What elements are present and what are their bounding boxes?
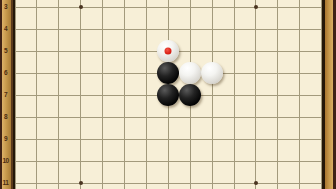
- star-point: [254, 181, 258, 185]
- grid-line-horizontal: [15, 7, 323, 8]
- grid-line-horizontal: [15, 183, 323, 184]
- stone-black: [157, 84, 179, 106]
- stone-black: [179, 84, 201, 106]
- gomoku-app-screen: 34567891011: [0, 0, 336, 189]
- board-frame-right-gold: [325, 0, 333, 189]
- row-label-11: 11: [0, 180, 11, 187]
- star-point: [254, 5, 258, 9]
- row-label-7: 7: [0, 92, 11, 99]
- stone-white-last-move: [157, 40, 179, 62]
- grid-line-horizontal: [15, 161, 323, 162]
- stone-black: [157, 62, 179, 84]
- gomoku-board[interactable]: [15, 0, 322, 189]
- row-label-6: 6: [0, 70, 11, 77]
- row-label-8: 8: [0, 114, 11, 121]
- star-point: [79, 181, 83, 185]
- stone-white: [179, 62, 201, 84]
- star-point: [79, 5, 83, 9]
- grid-line-horizontal: [15, 117, 323, 118]
- grid-line-horizontal: [15, 139, 323, 140]
- board-frame-left-inner: [13, 0, 15, 189]
- row-label-4: 4: [0, 26, 11, 33]
- row-label-5: 5: [0, 48, 11, 55]
- grid-line-horizontal: [15, 29, 323, 30]
- last-move-marker-icon: [165, 48, 172, 55]
- board-frame-right-outer: [333, 0, 336, 189]
- row-label-9: 9: [0, 136, 11, 143]
- row-label-10: 10: [0, 158, 11, 165]
- row-label-3: 3: [0, 4, 11, 11]
- stone-white: [201, 62, 223, 84]
